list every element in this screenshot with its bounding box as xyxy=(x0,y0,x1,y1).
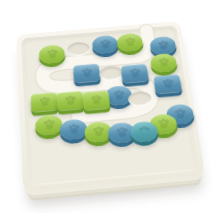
green-square-slider[interactable] xyxy=(82,90,111,111)
puzzle-board xyxy=(16,21,205,192)
product-photo-stage xyxy=(0,0,213,213)
blue-square-slider[interactable] xyxy=(73,63,101,83)
green-square-slider[interactable] xyxy=(56,91,84,112)
blue-square-slider[interactable] xyxy=(121,64,149,84)
blue-square-slider[interactable] xyxy=(153,74,182,94)
green-square-slider[interactable] xyxy=(30,92,58,113)
